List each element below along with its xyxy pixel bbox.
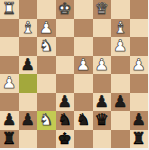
- square-e1[interactable]: ♚: [56, 0, 75, 19]
- square-g8[interactable]: [19, 130, 38, 149]
- square-f2[interactable]: ♟: [37, 19, 56, 38]
- square-e5[interactable]: [56, 74, 75, 93]
- square-g5[interactable]: [19, 74, 38, 93]
- square-f3[interactable]: ♞: [37, 37, 56, 56]
- square-e4[interactable]: [56, 56, 75, 75]
- square-c7[interactable]: ♛: [93, 111, 112, 130]
- piece-black-knight[interactable]: ♞: [58, 112, 72, 128]
- piece-black-king[interactable]: ♚: [58, 131, 72, 147]
- square-d7[interactable]: ♞: [74, 111, 93, 130]
- square-a3[interactable]: [130, 37, 149, 56]
- square-g2[interactable]: ♝: [19, 19, 38, 38]
- square-b8[interactable]: [111, 130, 130, 149]
- square-a4[interactable]: ♟: [130, 56, 149, 75]
- square-c4[interactable]: ♟: [93, 56, 112, 75]
- square-h5[interactable]: ♟: [0, 74, 19, 93]
- square-g7[interactable]: ♟: [19, 111, 38, 130]
- square-h1[interactable]: ♜: [0, 0, 19, 19]
- square-f8[interactable]: [37, 130, 56, 149]
- chess-board: ♜♚♛♝♟♝♞♟♟♟♟♟♟♟♟♟♟♟♞♞♞♛♟♜♚♜: [0, 0, 148, 148]
- piece-black-pawn[interactable]: ♟: [21, 112, 35, 128]
- piece-black-pawn[interactable]: ♟: [132, 112, 146, 128]
- square-h6[interactable]: [0, 93, 19, 112]
- square-f5[interactable]: [37, 74, 56, 93]
- square-c2[interactable]: [93, 19, 112, 38]
- piece-black-rook[interactable]: ♜: [2, 131, 16, 147]
- square-a5[interactable]: [130, 74, 149, 93]
- square-b1[interactable]: [111, 0, 130, 19]
- square-f4[interactable]: [37, 56, 56, 75]
- piece-white-knight[interactable]: ♞: [39, 38, 53, 54]
- square-b4[interactable]: [111, 56, 130, 75]
- piece-black-pawn[interactable]: ♟: [113, 94, 127, 110]
- square-f6[interactable]: [37, 93, 56, 112]
- piece-white-knight[interactable]: ♞: [39, 112, 53, 128]
- square-b3[interactable]: ♟: [111, 37, 130, 56]
- square-c6[interactable]: ♟: [93, 93, 112, 112]
- square-c3[interactable]: [93, 37, 112, 56]
- piece-white-pawn[interactable]: ♟: [76, 57, 90, 73]
- square-c5[interactable]: [93, 74, 112, 93]
- piece-black-pawn[interactable]: ♟: [58, 94, 72, 110]
- board-edge-strip: [0, 148, 149, 150]
- piece-black-pawn[interactable]: ♟: [21, 57, 35, 73]
- square-g3[interactable]: [19, 37, 38, 56]
- square-a6[interactable]: [130, 93, 149, 112]
- square-c8[interactable]: [93, 130, 112, 149]
- square-e3[interactable]: [56, 37, 75, 56]
- square-f7[interactable]: ♞: [37, 111, 56, 130]
- square-h7[interactable]: ♟: [0, 111, 19, 130]
- piece-white-queen[interactable]: ♛: [95, 1, 109, 17]
- square-d3[interactable]: [74, 37, 93, 56]
- square-a2[interactable]: [130, 19, 149, 38]
- square-g1[interactable]: [19, 0, 38, 19]
- square-e7[interactable]: ♞: [56, 111, 75, 130]
- square-b2[interactable]: ♝: [111, 19, 130, 38]
- piece-black-pawn[interactable]: ♟: [95, 94, 109, 110]
- piece-white-king[interactable]: ♚: [58, 1, 72, 17]
- square-a8[interactable]: ♜: [130, 130, 149, 149]
- square-e8[interactable]: ♚: [56, 130, 75, 149]
- piece-white-pawn[interactable]: ♟: [39, 20, 53, 36]
- square-e6[interactable]: ♟: [56, 93, 75, 112]
- square-h8[interactable]: ♜: [0, 130, 19, 149]
- square-d6[interactable]: [74, 93, 93, 112]
- square-h4[interactable]: [0, 56, 19, 75]
- square-d8[interactable]: [74, 130, 93, 149]
- square-h3[interactable]: [0, 37, 19, 56]
- square-c1[interactable]: ♛: [93, 0, 112, 19]
- piece-black-pawn[interactable]: ♟: [2, 112, 16, 128]
- piece-white-pawn[interactable]: ♟: [132, 57, 146, 73]
- square-f1[interactable]: [37, 0, 56, 19]
- piece-white-pawn[interactable]: ♟: [95, 57, 109, 73]
- square-d1[interactable]: [74, 0, 93, 19]
- square-a1[interactable]: [130, 0, 149, 19]
- square-d4[interactable]: ♟: [74, 56, 93, 75]
- square-b7[interactable]: [111, 111, 130, 130]
- square-h2[interactable]: [0, 19, 19, 38]
- piece-white-bishop[interactable]: ♝: [113, 20, 127, 36]
- square-g6[interactable]: [19, 93, 38, 112]
- square-a7[interactable]: ♟: [130, 111, 149, 130]
- square-e2[interactable]: [56, 19, 75, 38]
- piece-white-pawn[interactable]: ♟: [113, 38, 127, 54]
- square-d5[interactable]: [74, 74, 93, 93]
- piece-black-queen[interactable]: ♛: [95, 112, 109, 128]
- piece-black-knight[interactable]: ♞: [76, 112, 90, 128]
- square-d2[interactable]: [74, 19, 93, 38]
- square-b6[interactable]: ♟: [111, 93, 130, 112]
- piece-white-pawn[interactable]: ♟: [2, 75, 16, 91]
- chess-board-widget: ♜♚♛♝♟♝♞♟♟♟♟♟♟♟♟♟♟♟♞♞♞♛♟♜♚♜: [0, 0, 149, 150]
- piece-white-rook[interactable]: ♜: [2, 1, 16, 17]
- piece-white-bishop[interactable]: ♝: [21, 20, 35, 36]
- square-g4[interactable]: ♟: [19, 56, 38, 75]
- piece-black-rook[interactable]: ♜: [132, 131, 146, 147]
- square-b5[interactable]: [111, 74, 130, 93]
